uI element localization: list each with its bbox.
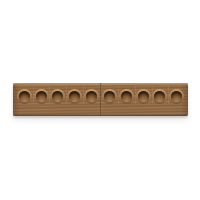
pit-cell-7 — [118, 86, 135, 104]
board-bottom-edge — [13, 114, 188, 116]
pit-5-hollow — [86, 91, 97, 102]
pit-6[interactable] — [102, 89, 117, 104]
pit-cell-2 — [33, 86, 50, 104]
pit-cell-5 — [83, 86, 100, 104]
pit-4[interactable] — [67, 89, 82, 104]
pit-8-hollow — [138, 91, 149, 102]
pit-2-hollow — [36, 91, 47, 102]
pit-row — [13, 86, 188, 114]
pit-2[interactable] — [34, 89, 49, 104]
pit-5[interactable] — [84, 89, 99, 104]
pit-3[interactable] — [50, 89, 65, 104]
pit-cell-1 — [16, 86, 33, 104]
pit-3-hollow — [52, 91, 63, 102]
pit-1-hollow — [19, 91, 30, 102]
pit-cell-3 — [49, 86, 66, 104]
mancala-board — [13, 83, 188, 116]
pit-10[interactable] — [169, 89, 184, 104]
pit-cell-9 — [152, 86, 169, 104]
board-right-half — [102, 86, 189, 114]
pit-cell-8 — [135, 86, 152, 104]
pit-cell-4 — [66, 86, 83, 104]
pit-cell-10 — [168, 86, 185, 104]
pit-10-hollow — [171, 91, 182, 102]
product-photo-scene — [0, 0, 200, 200]
pit-8[interactable] — [136, 89, 151, 104]
pit-9-hollow — [154, 91, 165, 102]
pit-6-hollow — [104, 91, 115, 102]
pit-cell-6 — [102, 86, 119, 104]
pit-1[interactable] — [17, 89, 32, 104]
pit-9[interactable] — [152, 89, 167, 104]
pit-7[interactable] — [119, 89, 134, 104]
pit-7-hollow — [121, 91, 132, 102]
board-left-half — [13, 86, 100, 114]
pit-4-hollow — [69, 91, 80, 102]
